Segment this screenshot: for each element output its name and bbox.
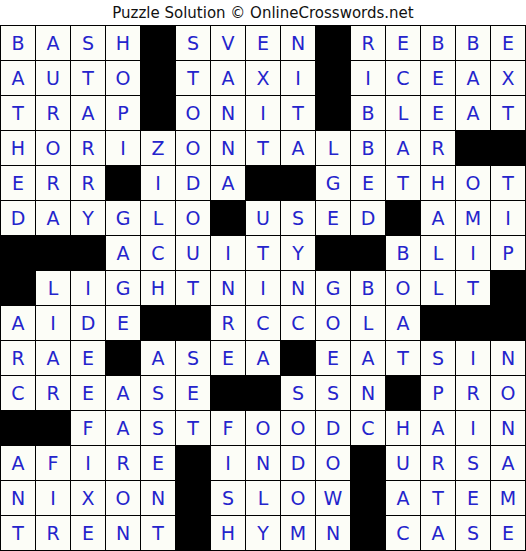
letter-cell-r1c11: R [351, 26, 385, 60]
letter-cell-r15c7: H [211, 516, 245, 550]
letter-cell-r8c4: G [106, 271, 140, 305]
letter-cell-r14c8: L [246, 481, 280, 515]
letter-cell-r7c5: C [141, 236, 175, 270]
letter-cell-r4c8: T [246, 131, 280, 165]
letter-cell-r1c12: E [386, 26, 420, 60]
letter-cell-r11c4: A [106, 376, 140, 410]
letter-cell-r13c5: E [141, 446, 175, 480]
letter-cell-r3c11: B [351, 96, 385, 130]
letter-cell-r3c7: N [211, 96, 245, 130]
letter-cell-r3c3: A [71, 96, 105, 130]
letter-cell-r14c2: I [36, 481, 70, 515]
letter-cell-r4c12: A [386, 131, 420, 165]
letter-cell-r11c10: S [316, 376, 350, 410]
letter-cell-r15c13: A [421, 516, 455, 550]
black-cell-r15c11 [351, 516, 385, 550]
letter-cell-r4c1: H [1, 131, 35, 165]
black-cell-r7c1 [1, 236, 35, 270]
letter-cell-r5c7: A [211, 166, 245, 200]
letter-cell-r12c9: O [281, 411, 315, 445]
letter-cell-r9c8: C [246, 306, 280, 340]
letter-cell-r5c2: R [36, 166, 70, 200]
letter-cell-r14c14: E [456, 481, 490, 515]
letter-cell-r11c5: S [141, 376, 175, 410]
letter-cell-r1c9: N [281, 26, 315, 60]
letter-cell-r9c1: A [1, 306, 35, 340]
letter-cell-r7c14: I [456, 236, 490, 270]
letter-cell-r6c15: I [491, 201, 525, 235]
black-cell-r9c5 [141, 306, 175, 340]
black-cell-r12c1 [1, 411, 35, 445]
letter-cell-r10c13: S [421, 341, 455, 375]
letter-cell-r4c11: B [351, 131, 385, 165]
letter-cell-r3c8: I [246, 96, 280, 130]
letter-cell-r3c1: T [1, 96, 35, 130]
letter-cell-r13c15: A [491, 446, 525, 480]
letter-cell-r4c4: I [106, 131, 140, 165]
letter-cell-r7c7: I [211, 236, 245, 270]
black-cell-r10c9 [281, 341, 315, 375]
letter-cell-r5c11: E [351, 166, 385, 200]
letter-cell-r12c6: T [176, 411, 210, 445]
letter-cell-r1c13: B [421, 26, 455, 60]
letter-cell-r7c6: U [176, 236, 210, 270]
letter-cell-r6c3: Y [71, 201, 105, 235]
black-cell-r6c12 [386, 201, 420, 235]
letter-cell-r9c3: D [71, 306, 105, 340]
letter-cell-r10c11: A [351, 341, 385, 375]
letter-cell-r8c2: L [36, 271, 70, 305]
letter-cell-r3c15: T [491, 96, 525, 130]
letter-cell-r6c6: O [176, 201, 210, 235]
black-cell-r4c14 [456, 131, 490, 165]
letter-cell-r15c10: N [316, 516, 350, 550]
letter-cell-r12c12: H [386, 411, 420, 445]
black-cell-r4c15 [491, 131, 525, 165]
black-cell-r10c4 [106, 341, 140, 375]
letter-cell-r13c14: S [456, 446, 490, 480]
letter-cell-r14c1: N [1, 481, 35, 515]
letter-cell-r10c7: E [211, 341, 245, 375]
letter-cell-r12c5: S [141, 411, 175, 445]
letter-cell-r2c1: A [1, 61, 35, 95]
letter-cell-r3c14: A [456, 96, 490, 130]
black-cell-r9c15 [491, 306, 525, 340]
letter-cell-r11c1: C [1, 376, 35, 410]
crossword-grid: BASHSVENREBBEAUTOTAXIICEAXTRAPONITBLEATH… [0, 25, 526, 551]
black-cell-r8c1 [1, 271, 35, 305]
letter-cell-r5c1: E [1, 166, 35, 200]
letter-cell-r14c13: T [421, 481, 455, 515]
letter-cell-r13c13: R [421, 446, 455, 480]
letter-cell-r7c4: A [106, 236, 140, 270]
black-cell-r1c10 [316, 26, 350, 60]
letter-cell-r12c8: O [246, 411, 280, 445]
letter-cell-r6c10: E [316, 201, 350, 235]
letter-cell-r6c4: G [106, 201, 140, 235]
letter-cell-r1c7: V [211, 26, 245, 60]
letter-cell-r2c7: A [211, 61, 245, 95]
letter-cell-r15c3: E [71, 516, 105, 550]
letter-cell-r8c14: T [456, 271, 490, 305]
letter-cell-r12c3: F [71, 411, 105, 445]
letter-cell-r2c9: I [281, 61, 315, 95]
letter-cell-r10c8: A [246, 341, 280, 375]
letter-cell-r1c3: S [71, 26, 105, 60]
letter-cell-r13c1: A [1, 446, 35, 480]
black-cell-r11c12 [386, 376, 420, 410]
letter-cell-r10c5: A [141, 341, 175, 375]
letter-cell-r3c12: L [386, 96, 420, 130]
black-cell-r1c5 [141, 26, 175, 60]
letter-cell-r13c12: U [386, 446, 420, 480]
black-cell-r7c11 [351, 236, 385, 270]
letter-cell-r5c13: H [421, 166, 455, 200]
black-cell-r9c13 [421, 306, 455, 340]
black-cell-r13c11 [351, 446, 385, 480]
letter-cell-r7c9: Y [281, 236, 315, 270]
letter-cell-r8c5: H [141, 271, 175, 305]
letter-cell-r8c8: I [246, 271, 280, 305]
letter-cell-r7c13: L [421, 236, 455, 270]
letter-cell-r9c11: L [351, 306, 385, 340]
letter-cell-r2c14: A [456, 61, 490, 95]
black-cell-r15c6 [176, 516, 210, 550]
letter-cell-r12c10: D [316, 411, 350, 445]
black-cell-r7c2 [36, 236, 70, 270]
letter-cell-r2c2: U [36, 61, 70, 95]
letter-cell-r8c3: I [71, 271, 105, 305]
letter-cell-r6c11: D [351, 201, 385, 235]
letter-cell-r5c14: O [456, 166, 490, 200]
letter-cell-r10c12: T [386, 341, 420, 375]
letter-cell-r10c10: E [316, 341, 350, 375]
letter-cell-r1c1: B [1, 26, 35, 60]
letter-cell-r2c15: X [491, 61, 525, 95]
letter-cell-r12c15: N [491, 411, 525, 445]
letter-cell-r5c12: T [386, 166, 420, 200]
letter-cell-r11c2: R [36, 376, 70, 410]
letter-cell-r5c15: T [491, 166, 525, 200]
letter-cell-r14c5: N [141, 481, 175, 515]
letter-cell-r6c14: M [456, 201, 490, 235]
letter-cell-r1c6: S [176, 26, 210, 60]
letter-cell-r3c13: E [421, 96, 455, 130]
letter-cell-r15c4: N [106, 516, 140, 550]
letter-cell-r8c6: T [176, 271, 210, 305]
letter-cell-r11c6: E [176, 376, 210, 410]
letter-cell-r4c13: R [421, 131, 455, 165]
page-title: Puzzle Solution © OnlineCrosswords.net [0, 0, 526, 25]
letter-cell-r5c10: G [316, 166, 350, 200]
letter-cell-r11c15: O [491, 376, 525, 410]
letter-cell-r9c12: A [386, 306, 420, 340]
letter-cell-r10c15: N [491, 341, 525, 375]
letter-cell-r9c4: E [106, 306, 140, 340]
letter-cell-r2c8: X [246, 61, 280, 95]
letter-cell-r13c2: F [36, 446, 70, 480]
puzzle-solution-page: Puzzle Solution © OnlineCrosswords.net B… [0, 0, 526, 551]
letter-cell-r8c13: L [421, 271, 455, 305]
letter-cell-r7c8: T [246, 236, 280, 270]
letter-cell-r4c7: N [211, 131, 245, 165]
letter-cell-r6c2: A [36, 201, 70, 235]
letter-cell-r1c15: E [491, 26, 525, 60]
letter-cell-r5c6: D [176, 166, 210, 200]
letter-cell-r11c13: P [421, 376, 455, 410]
letter-cell-r3c4: P [106, 96, 140, 130]
letter-cell-r12c4: A [106, 411, 140, 445]
letter-cell-r6c13: A [421, 201, 455, 235]
letter-cell-r13c8: N [246, 446, 280, 480]
letter-cell-r6c1: D [1, 201, 35, 235]
letter-cell-r4c2: O [36, 131, 70, 165]
letter-cell-r13c9: D [281, 446, 315, 480]
letter-cell-r2c12: C [386, 61, 420, 95]
black-cell-r14c6 [176, 481, 210, 515]
letter-cell-r4c6: O [176, 131, 210, 165]
letter-cell-r1c4: H [106, 26, 140, 60]
letter-cell-r1c2: A [36, 26, 70, 60]
letter-cell-r11c11: N [351, 376, 385, 410]
letter-cell-r14c3: X [71, 481, 105, 515]
letter-cell-r12c14: I [456, 411, 490, 445]
letter-cell-r15c12: C [386, 516, 420, 550]
letter-cell-r5c3: R [71, 166, 105, 200]
black-cell-r9c14 [456, 306, 490, 340]
black-cell-r9c6 [176, 306, 210, 340]
black-cell-r2c10 [316, 61, 350, 95]
letter-cell-r9c9: C [281, 306, 315, 340]
black-cell-r7c3 [71, 236, 105, 270]
letter-cell-r5c5: I [141, 166, 175, 200]
letter-cell-r3c2: R [36, 96, 70, 130]
letter-cell-r2c4: O [106, 61, 140, 95]
letter-cell-r10c14: I [456, 341, 490, 375]
black-cell-r7c10 [316, 236, 350, 270]
letter-cell-r12c11: C [351, 411, 385, 445]
letter-cell-r9c7: R [211, 306, 245, 340]
letter-cell-r2c3: T [71, 61, 105, 95]
black-cell-r2c5 [141, 61, 175, 95]
letter-cell-r2c13: E [421, 61, 455, 95]
black-cell-r14c11 [351, 481, 385, 515]
letter-cell-r13c10: O [316, 446, 350, 480]
letter-cell-r10c3: E [71, 341, 105, 375]
letter-cell-r9c10: O [316, 306, 350, 340]
letter-cell-r10c6: S [176, 341, 210, 375]
letter-cell-r6c8: U [246, 201, 280, 235]
letter-cell-r8c10: G [316, 271, 350, 305]
letter-cell-r15c1: T [1, 516, 35, 550]
letter-cell-r7c12: B [386, 236, 420, 270]
letter-cell-r11c9: S [281, 376, 315, 410]
black-cell-r5c4 [106, 166, 140, 200]
letter-cell-r15c5: T [141, 516, 175, 550]
letter-cell-r14c15: M [491, 481, 525, 515]
black-cell-r11c8 [246, 376, 280, 410]
letter-cell-r14c4: O [106, 481, 140, 515]
letter-cell-r10c2: A [36, 341, 70, 375]
letter-cell-r4c9: A [281, 131, 315, 165]
black-cell-r3c5 [141, 96, 175, 130]
black-cell-r12c2 [36, 411, 70, 445]
black-cell-r13c6 [176, 446, 210, 480]
letter-cell-r13c3: I [71, 446, 105, 480]
letter-cell-r8c12: O [386, 271, 420, 305]
letter-cell-r14c10: W [316, 481, 350, 515]
letter-cell-r1c8: E [246, 26, 280, 60]
letter-cell-r11c3: E [71, 376, 105, 410]
letter-cell-r6c9: S [281, 201, 315, 235]
letter-cell-r7c15: P [491, 236, 525, 270]
letter-cell-r12c13: A [421, 411, 455, 445]
letter-cell-r11c14: R [456, 376, 490, 410]
letter-cell-r6c5: L [141, 201, 175, 235]
black-cell-r5c9 [281, 166, 315, 200]
letter-cell-r15c15: E [491, 516, 525, 550]
letter-cell-r14c7: S [211, 481, 245, 515]
letter-cell-r8c9: N [281, 271, 315, 305]
letter-cell-r8c11: B [351, 271, 385, 305]
letter-cell-r10c1: R [1, 341, 35, 375]
letter-cell-r13c4: R [106, 446, 140, 480]
letter-cell-r8c7: N [211, 271, 245, 305]
letter-cell-r3c9: T [281, 96, 315, 130]
letter-cell-r4c3: R [71, 131, 105, 165]
letter-cell-r3c6: O [176, 96, 210, 130]
letter-cell-r1c14: B [456, 26, 490, 60]
letter-cell-r14c9: O [281, 481, 315, 515]
letter-cell-r9c2: I [36, 306, 70, 340]
letter-cell-r4c5: Z [141, 131, 175, 165]
letter-cell-r15c9: M [281, 516, 315, 550]
letter-cell-r15c2: R [36, 516, 70, 550]
black-cell-r8c15 [491, 271, 525, 305]
letter-cell-r14c12: A [386, 481, 420, 515]
letter-cell-r13c7: I [211, 446, 245, 480]
letter-cell-r15c8: Y [246, 516, 280, 550]
letter-cell-r4c10: L [316, 131, 350, 165]
letter-cell-r12c7: F [211, 411, 245, 445]
letter-cell-r2c6: T [176, 61, 210, 95]
letter-cell-r2c11: I [351, 61, 385, 95]
black-cell-r5c8 [246, 166, 280, 200]
black-cell-r11c7 [211, 376, 245, 410]
letter-cell-r15c14: S [456, 516, 490, 550]
black-cell-r6c7 [211, 201, 245, 235]
black-cell-r3c10 [316, 96, 350, 130]
